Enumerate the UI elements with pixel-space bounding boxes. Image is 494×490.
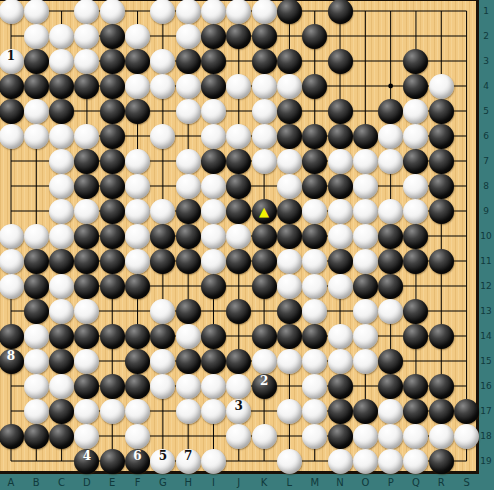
- stone-R16: [429, 374, 454, 399]
- stone-O11: [353, 249, 378, 274]
- stone-E19: [100, 449, 125, 474]
- stone-R18: [429, 424, 454, 449]
- stone-P12: [378, 274, 403, 299]
- stone-Q17: [403, 399, 428, 424]
- stone-I11: [201, 249, 226, 274]
- column-label-N: N: [336, 477, 343, 488]
- stone-K6: [252, 124, 277, 149]
- row-label-13: 13: [480, 306, 491, 316]
- stone-I8: [201, 174, 226, 199]
- stone-F3: [125, 49, 150, 74]
- row-label-7: 7: [483, 156, 489, 166]
- column-label-A: A: [8, 477, 15, 488]
- stone-E17: [100, 399, 125, 424]
- row-label-9: 9: [483, 206, 489, 216]
- stone-L5: [277, 99, 302, 124]
- stone-R9: [429, 199, 454, 224]
- stone-O12: [353, 274, 378, 299]
- move-number-label-F19: 6: [125, 449, 150, 474]
- stone-R7: [429, 149, 454, 174]
- column-label-O: O: [361, 477, 369, 488]
- row-label-17: 17: [480, 406, 491, 416]
- stone-E7: [100, 149, 125, 174]
- stone-G15: [150, 349, 175, 374]
- stone-H19: 7: [176, 449, 201, 474]
- stone-K5: [252, 99, 277, 124]
- stone-D2: [74, 24, 99, 49]
- stone-G13: [150, 299, 175, 324]
- stone-O15: [353, 349, 378, 374]
- stone-G14: [150, 324, 175, 349]
- stone-L3: [277, 49, 302, 74]
- stone-D18: [74, 424, 99, 449]
- stone-I16: [201, 374, 226, 399]
- stone-C13: [49, 299, 74, 324]
- stone-N6: [328, 124, 353, 149]
- stone-C2: [49, 24, 74, 49]
- stone-F7: [125, 149, 150, 174]
- stone-M17: [302, 399, 327, 424]
- stone-E6: [100, 124, 125, 149]
- stone-H8: [176, 174, 201, 199]
- column-label-I: I: [212, 477, 215, 488]
- stone-B3: [24, 49, 49, 74]
- stone-K3: [252, 49, 277, 74]
- stone-B6: [24, 124, 49, 149]
- stone-L4: [277, 74, 302, 99]
- stone-L12: [277, 274, 302, 299]
- stone-C3: [49, 49, 74, 74]
- stone-B1: [24, 0, 49, 24]
- go-board[interactable]: 1▲8234657: [0, 0, 479, 474]
- stone-F2: [125, 24, 150, 49]
- stone-M2: [302, 24, 327, 49]
- stone-N14: [328, 324, 353, 349]
- stone-J2: [226, 24, 251, 49]
- stone-N18: [328, 424, 353, 449]
- stone-M14: [302, 324, 327, 349]
- stone-M7: [302, 149, 327, 174]
- stone-S17: [454, 399, 479, 424]
- stone-R17: [429, 399, 454, 424]
- stone-J8: [226, 174, 251, 199]
- stone-A5: [0, 99, 24, 124]
- stone-I9: [201, 199, 226, 224]
- stone-G4: [150, 74, 175, 99]
- stone-J11: [226, 249, 251, 274]
- stone-I19: [201, 449, 226, 474]
- stone-B16: [24, 374, 49, 399]
- stone-B2: [24, 24, 49, 49]
- stone-B12: [24, 274, 49, 299]
- stone-R14: [429, 324, 454, 349]
- stone-D9: [74, 199, 99, 224]
- stone-J10: [226, 224, 251, 249]
- row-label-1: 1: [483, 6, 489, 16]
- move-number-label-A15: 8: [0, 349, 24, 374]
- stone-F15: [125, 349, 150, 374]
- stone-P11: [378, 249, 403, 274]
- stone-C18: [49, 424, 74, 449]
- stone-H11: [176, 249, 201, 274]
- stone-B10: [24, 224, 49, 249]
- stone-H7: [176, 149, 201, 174]
- move-number-label-A3: 1: [0, 49, 24, 74]
- stone-P9: [378, 199, 403, 224]
- stone-J16: [226, 374, 251, 399]
- stone-P6: [378, 124, 403, 149]
- stone-K14: [252, 324, 277, 349]
- row-label-11: 11: [480, 256, 491, 266]
- stone-F14: [125, 324, 150, 349]
- stone-M11: [302, 249, 327, 274]
- stone-G3: [150, 49, 175, 74]
- stone-C6: [49, 124, 74, 149]
- stone-Q18: [403, 424, 428, 449]
- column-label-S: S: [463, 477, 469, 488]
- stone-B15: [24, 349, 49, 374]
- stone-E1: [100, 0, 125, 24]
- move-number-label-J17: 3: [226, 399, 251, 424]
- stone-G19: 5: [150, 449, 175, 474]
- stone-I12: [201, 274, 226, 299]
- stone-Q13: [403, 299, 428, 324]
- stone-R11: [429, 249, 454, 274]
- stone-R8: [429, 174, 454, 199]
- stone-J13: [226, 299, 251, 324]
- stone-C16: [49, 374, 74, 399]
- stone-L1: [277, 0, 302, 24]
- stone-A6: [0, 124, 24, 149]
- stone-F10: [125, 224, 150, 249]
- stone-L15: [277, 349, 302, 374]
- stone-A1: [0, 0, 24, 24]
- stone-D14: [74, 324, 99, 349]
- column-label-Q: Q: [412, 477, 420, 488]
- stone-L19: [277, 449, 302, 474]
- stone-J15: [226, 349, 251, 374]
- stone-C14: [49, 324, 74, 349]
- stone-P19: [378, 449, 403, 474]
- column-label-F: F: [135, 477, 141, 488]
- column-label-D: D: [83, 477, 91, 488]
- stone-B14: [24, 324, 49, 349]
- column-label-E: E: [109, 477, 115, 488]
- stone-Q6: [403, 124, 428, 149]
- stone-A18: [0, 424, 24, 449]
- stone-D11: [74, 249, 99, 274]
- stone-F18: [125, 424, 150, 449]
- stone-P15: [378, 349, 403, 374]
- stone-Q7: [403, 149, 428, 174]
- stone-N10: [328, 224, 353, 249]
- stone-G16: [150, 374, 175, 399]
- stone-I1: [201, 0, 226, 24]
- stone-C7: [49, 149, 74, 174]
- column-label-L: L: [287, 477, 293, 488]
- stone-F17: [125, 399, 150, 424]
- stone-L8: [277, 174, 302, 199]
- stone-G11: [150, 249, 175, 274]
- stone-Q14: [403, 324, 428, 349]
- stone-K9: ▲: [252, 199, 277, 224]
- stone-J17: 3: [226, 399, 251, 424]
- stone-E2: [100, 24, 125, 49]
- stone-E3: [100, 49, 125, 74]
- stone-N12: [328, 274, 353, 299]
- stone-P13: [378, 299, 403, 324]
- stone-F5: [125, 99, 150, 124]
- stone-N9: [328, 199, 353, 224]
- stone-N8: [328, 174, 353, 199]
- stone-A10: [0, 224, 24, 249]
- stone-C12: [49, 274, 74, 299]
- stone-R5: [429, 99, 454, 124]
- stone-D12: [74, 274, 99, 299]
- row-label-3: 3: [483, 56, 489, 66]
- stone-D3: [74, 49, 99, 74]
- row-label-15: 15: [480, 356, 491, 366]
- triangle-marker-K9: ▲: [252, 199, 277, 224]
- column-label-R: R: [438, 477, 445, 488]
- stone-H16: [176, 374, 201, 399]
- stone-D6: [74, 124, 99, 149]
- stone-C4: [49, 74, 74, 99]
- stone-J9: [226, 199, 251, 224]
- stone-M6: [302, 124, 327, 149]
- stone-F19: 6: [125, 449, 150, 474]
- stone-N1: [328, 0, 353, 24]
- stone-N17: [328, 399, 353, 424]
- stone-I15: [201, 349, 226, 374]
- stone-I6: [201, 124, 226, 149]
- stone-F9: [125, 199, 150, 224]
- column-label-G: G: [159, 477, 167, 488]
- stone-I4: [201, 74, 226, 99]
- row-label-19: 19: [480, 456, 491, 466]
- stone-O7: [353, 149, 378, 174]
- stone-O19: [353, 449, 378, 474]
- stone-A4: [0, 74, 24, 99]
- stone-E16: [100, 374, 125, 399]
- stone-D4: [74, 74, 99, 99]
- stone-L9: [277, 199, 302, 224]
- stone-K18: [252, 424, 277, 449]
- stone-K11: [252, 249, 277, 274]
- stone-E11: [100, 249, 125, 274]
- stone-E9: [100, 199, 125, 224]
- stone-L17: [277, 399, 302, 424]
- stone-D19: 4: [74, 449, 99, 474]
- stone-N3: [328, 49, 353, 74]
- stone-J1: [226, 0, 251, 24]
- stone-E5: [100, 99, 125, 124]
- stone-Q8: [403, 174, 428, 199]
- stone-G9: [150, 199, 175, 224]
- row-label-2: 2: [483, 31, 489, 41]
- stone-M8: [302, 174, 327, 199]
- row-label-16: 16: [480, 381, 491, 391]
- stone-C11: [49, 249, 74, 274]
- row-label-14: 14: [480, 331, 491, 341]
- stone-F12: [125, 274, 150, 299]
- stone-G6: [150, 124, 175, 149]
- stone-G1: [150, 0, 175, 24]
- stone-I2: [201, 24, 226, 49]
- stone-O8: [353, 174, 378, 199]
- stone-M15: [302, 349, 327, 374]
- stone-S18: [454, 424, 479, 449]
- stone-F11: [125, 249, 150, 274]
- stone-L10: [277, 224, 302, 249]
- stone-E12: [100, 274, 125, 299]
- move-number-label-G19: 5: [150, 449, 175, 474]
- stone-I10: [201, 224, 226, 249]
- stone-K12: [252, 274, 277, 299]
- stone-B11: [24, 249, 49, 274]
- stone-K16: 2: [252, 374, 277, 399]
- stone-Q10: [403, 224, 428, 249]
- stone-D1: [74, 0, 99, 24]
- stone-J7: [226, 149, 251, 174]
- stone-M10: [302, 224, 327, 249]
- stone-Q4: [403, 74, 428, 99]
- column-label-J: J: [237, 477, 240, 488]
- stone-I14: [201, 324, 226, 349]
- row-label-8: 8: [483, 181, 489, 191]
- column-label-C: C: [58, 477, 65, 488]
- stone-P5: [378, 99, 403, 124]
- stone-N7: [328, 149, 353, 174]
- stone-N16: [328, 374, 353, 399]
- stone-B17: [24, 399, 49, 424]
- stone-L11: [277, 249, 302, 274]
- stone-M12: [302, 274, 327, 299]
- stone-K1: [252, 0, 277, 24]
- stone-Q3: [403, 49, 428, 74]
- stone-C17: [49, 399, 74, 424]
- stone-D15: [74, 349, 99, 374]
- stone-B13: [24, 299, 49, 324]
- column-label-H: H: [184, 477, 192, 488]
- stone-D17: [74, 399, 99, 424]
- stone-P17: [378, 399, 403, 424]
- stone-D16: [74, 374, 99, 399]
- stone-H14: [176, 324, 201, 349]
- stone-L14: [277, 324, 302, 349]
- stone-H3: [176, 49, 201, 74]
- stone-E10: [100, 224, 125, 249]
- stone-C9: [49, 199, 74, 224]
- stone-G10: [150, 224, 175, 249]
- stone-P16: [378, 374, 403, 399]
- stone-H17: [176, 399, 201, 424]
- stone-A14: [0, 324, 24, 349]
- stone-K2: [252, 24, 277, 49]
- stone-D7: [74, 149, 99, 174]
- stone-O17: [353, 399, 378, 424]
- stone-L13: [277, 299, 302, 324]
- stone-I7: [201, 149, 226, 174]
- stone-M13: [302, 299, 327, 324]
- stone-H10: [176, 224, 201, 249]
- stone-E14: [100, 324, 125, 349]
- stone-N15: [328, 349, 353, 374]
- stone-Q5: [403, 99, 428, 124]
- stone-H5: [176, 99, 201, 124]
- stone-I5: [201, 99, 226, 124]
- stone-N19: [328, 449, 353, 474]
- stone-J4: [226, 74, 251, 99]
- stone-A11: [0, 249, 24, 274]
- stone-O6: [353, 124, 378, 149]
- stone-O14: [353, 324, 378, 349]
- stone-C15: [49, 349, 74, 374]
- stone-A15: 8: [0, 349, 24, 374]
- stone-D8: [74, 174, 99, 199]
- stone-P10: [378, 224, 403, 249]
- stone-H13: [176, 299, 201, 324]
- stone-Q11: [403, 249, 428, 274]
- stone-P18: [378, 424, 403, 449]
- stone-L7: [277, 149, 302, 174]
- stone-I3: [201, 49, 226, 74]
- stone-K7: [252, 149, 277, 174]
- stone-M4: [302, 74, 327, 99]
- stone-P7: [378, 149, 403, 174]
- move-number-label-D19: 4: [74, 449, 99, 474]
- stone-H2: [176, 24, 201, 49]
- row-label-4: 4: [483, 81, 489, 91]
- column-label-B: B: [33, 477, 40, 488]
- row-label-5: 5: [483, 106, 489, 116]
- move-number-label-K16: 2: [252, 374, 277, 399]
- stone-E4: [100, 74, 125, 99]
- stone-Q16: [403, 374, 428, 399]
- go-app-screen: 1▲8234657 ABCDEFGHIJKLMNOPQRS 1234567891…: [0, 0, 494, 490]
- stone-H4: [176, 74, 201, 99]
- stone-D13: [74, 299, 99, 324]
- stone-N5: [328, 99, 353, 124]
- stone-O13: [353, 299, 378, 324]
- stone-B4: [24, 74, 49, 99]
- stone-D10: [74, 224, 99, 249]
- stone-K4: [252, 74, 277, 99]
- stone-I17: [201, 399, 226, 424]
- stone-O18: [353, 424, 378, 449]
- stone-H15: [176, 349, 201, 374]
- stone-M9: [302, 199, 327, 224]
- stone-M18: [302, 424, 327, 449]
- stone-C5: [49, 99, 74, 124]
- stone-F4: [125, 74, 150, 99]
- column-label-K: K: [261, 477, 268, 488]
- stone-H9: [176, 199, 201, 224]
- stone-O9: [353, 199, 378, 224]
- row-label-10: 10: [480, 231, 491, 241]
- row-label-6: 6: [483, 131, 489, 141]
- stone-J18: [226, 424, 251, 449]
- stone-O10: [353, 224, 378, 249]
- move-number-label-H19: 7: [176, 449, 201, 474]
- column-label-M: M: [310, 477, 319, 488]
- stone-K10: [252, 224, 277, 249]
- stone-R6: [429, 124, 454, 149]
- row-label-18: 18: [480, 431, 491, 441]
- stone-Q19: [403, 449, 428, 474]
- stone-A3: 1: [0, 49, 24, 74]
- stone-H1: [176, 0, 201, 24]
